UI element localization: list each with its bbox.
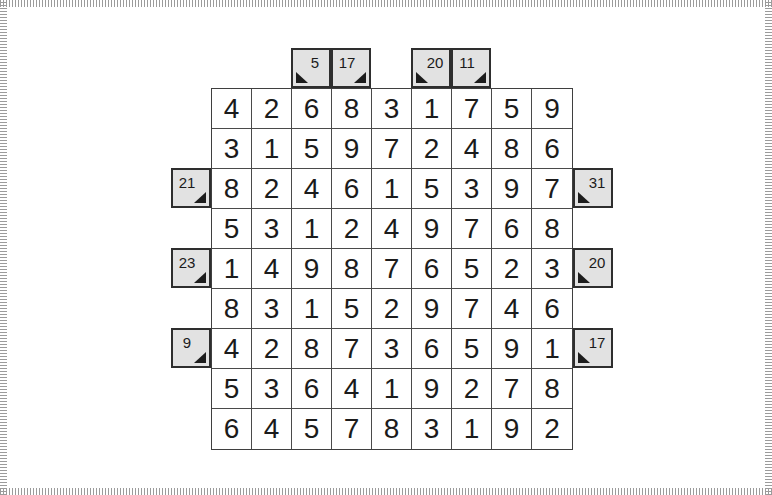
grid-cell[interactable]: 9 [412, 369, 452, 409]
clue-value: 21 [169, 175, 205, 192]
grid-cell[interactable]: 2 [252, 89, 292, 129]
grid-cell[interactable]: 1 [412, 89, 452, 129]
grid-cell[interactable]: 7 [452, 89, 492, 129]
grid-cell[interactable]: 6 [532, 289, 572, 329]
grid-cell[interactable]: 4 [292, 169, 332, 209]
grid-cell[interactable]: 1 [292, 209, 332, 249]
grid-cell[interactable]: 9 [492, 169, 532, 209]
grid-cell[interactable]: 9 [412, 289, 452, 329]
clue-value: 17 [579, 335, 615, 352]
grid-cell[interactable]: 8 [372, 409, 412, 449]
grid-cell[interactable]: 7 [372, 129, 412, 169]
grid-cell[interactable]: 5 [412, 169, 452, 209]
grid-cell[interactable]: 3 [412, 409, 452, 449]
clue-value: 31 [579, 175, 615, 192]
grid-cell[interactable]: 7 [332, 329, 372, 369]
grid-cell[interactable]: 7 [492, 369, 532, 409]
grid-cell[interactable]: 5 [292, 409, 332, 449]
grid-cell[interactable]: 9 [292, 249, 332, 289]
arrow-down-left-icon [578, 192, 590, 203]
clue-cell-top-11: 11 [451, 48, 491, 88]
grid-cell[interactable]: 2 [452, 369, 492, 409]
grid-cell[interactable]: 5 [332, 289, 372, 329]
grid-cell[interactable]: 9 [532, 89, 572, 129]
grid-cell[interactable]: 9 [492, 409, 532, 449]
grid-cell[interactable]: 3 [252, 209, 292, 249]
grid-cell[interactable]: 5 [452, 249, 492, 289]
grid-cell[interactable]: 3 [452, 169, 492, 209]
arrow-down-right-icon [194, 272, 206, 283]
clue-value: 20 [417, 55, 453, 72]
clue-cell-top-20: 20 [411, 48, 451, 88]
grid-cell[interactable]: 6 [292, 89, 332, 129]
arrow-down-left-icon [578, 352, 590, 363]
clue-cell-left-9: 9 [171, 328, 211, 368]
clue-cell-right-31: 31 [573, 168, 613, 208]
puzzle-board: 4268317593159724868246153975312497681498… [171, 48, 613, 450]
tick-border-left [0, 0, 7, 495]
grid-cell[interactable]: 5 [452, 329, 492, 369]
grid-cell[interactable]: 2 [532, 409, 572, 449]
grid-cell[interactable]: 9 [332, 129, 372, 169]
grid-cell[interactable]: 1 [372, 169, 412, 209]
grid-cell[interactable]: 8 [332, 89, 372, 129]
arrow-down-left-icon [296, 72, 308, 83]
grid-cell[interactable]: 1 [252, 129, 292, 169]
grid-cell[interactable]: 2 [252, 329, 292, 369]
grid-cell[interactable]: 6 [492, 209, 532, 249]
clue-cell-right-17: 17 [573, 328, 613, 368]
grid-cell[interactable]: 9 [492, 329, 532, 369]
grid-cell[interactable]: 7 [452, 289, 492, 329]
arrow-down-left-icon [578, 272, 590, 283]
grid-cell[interactable]: 4 [372, 209, 412, 249]
clue-value: 5 [297, 55, 333, 72]
arrow-down-left-icon [416, 72, 428, 83]
grid-cell[interactable]: 7 [332, 409, 372, 449]
grid-cell[interactable]: 4 [252, 249, 292, 289]
grid-cell[interactable]: 9 [412, 209, 452, 249]
tick-border-bottom [0, 488, 772, 495]
grid-cell[interactable]: 8 [212, 169, 252, 209]
grid-cell[interactable]: 2 [492, 249, 532, 289]
grid-cell[interactable]: 1 [372, 369, 412, 409]
grid-cell[interactable]: 3 [372, 89, 412, 129]
grid-cell[interactable]: 3 [252, 369, 292, 409]
clue-value: 23 [169, 255, 205, 272]
clue-cell-right-20: 20 [573, 248, 613, 288]
grid-cell[interactable]: 1 [292, 289, 332, 329]
grid-cell[interactable]: 6 [292, 369, 332, 409]
grid-cell[interactable]: 2 [332, 209, 372, 249]
grid-cell[interactable]: 4 [452, 129, 492, 169]
grid-cell[interactable]: 4 [212, 329, 252, 369]
clue-cell-left-23: 23 [171, 248, 211, 288]
grid-cell[interactable]: 5 [492, 89, 532, 129]
grid-cell[interactable]: 3 [252, 289, 292, 329]
grid-cell[interactable]: 4 [212, 89, 252, 129]
grid-cell[interactable]: 8 [212, 289, 252, 329]
grid-cell[interactable]: 8 [292, 329, 332, 369]
number-grid: 4268317593159724868246153975312497681498… [211, 88, 573, 450]
grid-cell[interactable]: 7 [452, 209, 492, 249]
grid-cell[interactable]: 1 [212, 249, 252, 289]
grid-cell[interactable]: 6 [412, 249, 452, 289]
clue-value: 11 [449, 55, 485, 72]
grid-cell[interactable]: 7 [372, 249, 412, 289]
grid-cell[interactable]: 7 [532, 169, 572, 209]
grid-cell[interactable]: 4 [492, 289, 532, 329]
grid-cell[interactable]: 1 [532, 329, 572, 369]
grid-cell[interactable]: 2 [412, 129, 452, 169]
arrow-down-right-icon [354, 72, 366, 83]
grid-cell[interactable]: 3 [532, 249, 572, 289]
grid-cell[interactable]: 1 [452, 409, 492, 449]
clue-cell-left-21: 21 [171, 168, 211, 208]
arrow-down-right-icon [194, 192, 206, 203]
grid-cell[interactable]: 6 [532, 129, 572, 169]
grid-cell[interactable]: 6 [412, 329, 452, 369]
clue-value: 20 [579, 255, 615, 272]
tick-border-right [765, 0, 772, 495]
tick-border-top [0, 0, 772, 7]
grid-cell[interactable]: 2 [252, 169, 292, 209]
grid-cell[interactable]: 3 [372, 329, 412, 369]
grid-cell[interactable]: 2 [372, 289, 412, 329]
grid-cell[interactable]: 8 [532, 369, 572, 409]
grid-cell[interactable]: 8 [532, 209, 572, 249]
clue-cell-top-17: 17 [331, 48, 371, 88]
grid-cell[interactable]: 5 [292, 129, 332, 169]
grid-cell[interactable]: 6 [332, 169, 372, 209]
clue-value: 17 [329, 55, 365, 72]
grid-cell[interactable]: 4 [332, 369, 372, 409]
clue-value: 9 [169, 335, 205, 352]
grid-cell[interactable]: 8 [492, 129, 532, 169]
grid-cell[interactable]: 5 [212, 209, 252, 249]
grid-cell[interactable]: 3 [212, 129, 252, 169]
grid-cell[interactable]: 8 [332, 249, 372, 289]
grid-cell[interactable]: 5 [212, 369, 252, 409]
arrow-down-right-icon [194, 352, 206, 363]
clue-cell-top-5: 5 [291, 48, 331, 88]
grid-cell[interactable]: 6 [212, 409, 252, 449]
grid-cell[interactable]: 4 [252, 409, 292, 449]
puzzle-page: 4268317593159724868246153975312497681498… [0, 0, 772, 495]
arrow-down-right-icon [474, 72, 486, 83]
